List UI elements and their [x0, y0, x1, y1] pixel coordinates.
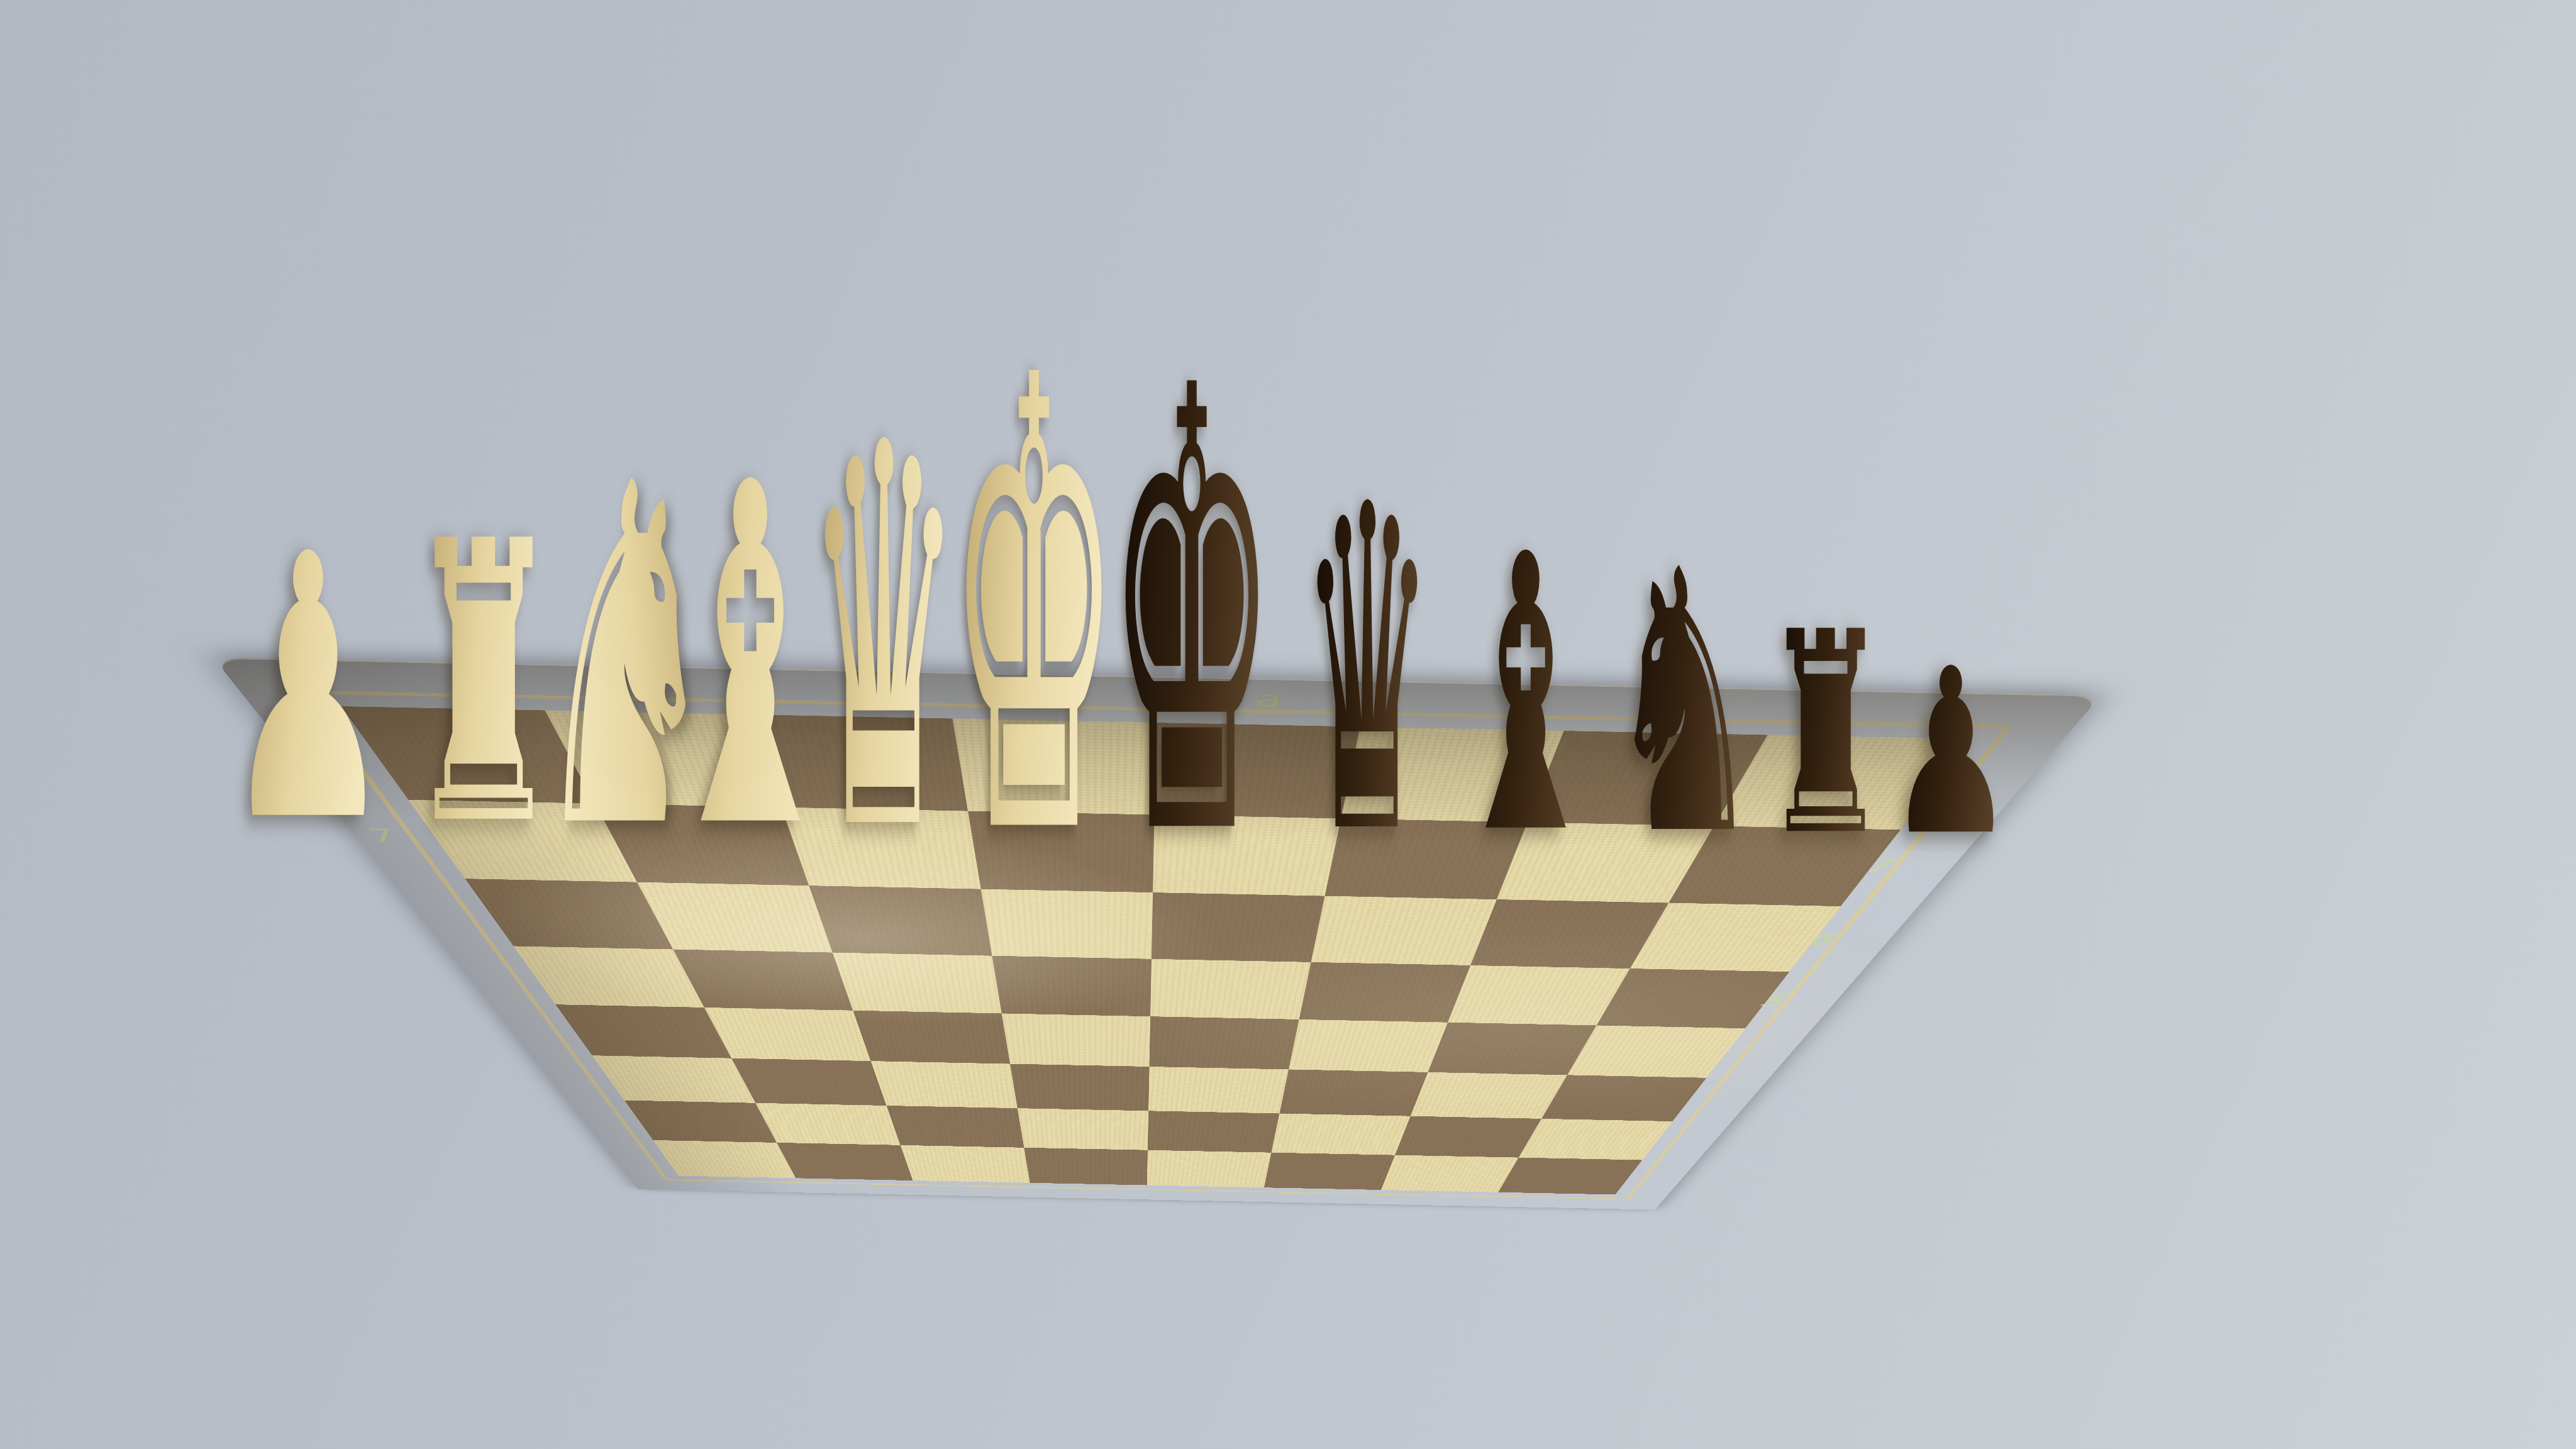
black-knight: ♞	[1606, 523, 1762, 885]
black-pawn: ♟	[1887, 638, 2014, 867]
black-king: ♚	[1107, 310, 1277, 920]
white-king: ♚	[947, 297, 1120, 920]
white-pawn: ♟	[223, 507, 392, 870]
piece-row: ♟ ♜ ♞ ♝ ♛ ♚ ♚ ♛ ♝ ♞ ♜ ♟	[0, 0, 2576, 1449]
black-queen: ♛	[1301, 448, 1434, 896]
black-bishop: ♝	[1449, 506, 1602, 886]
black-rook: ♜	[1763, 596, 1888, 874]
white-queen: ♛	[806, 376, 962, 903]
